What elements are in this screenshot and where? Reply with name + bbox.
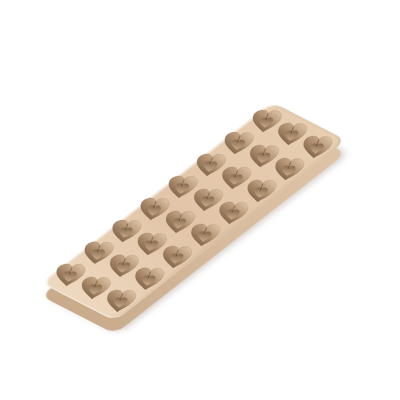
mold-tray-board <box>41 102 346 321</box>
product-photo-stage <box>0 0 400 400</box>
pit-grid <box>41 102 346 321</box>
